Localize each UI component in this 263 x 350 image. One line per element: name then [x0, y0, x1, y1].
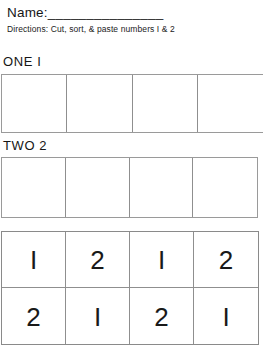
sort-grid-one [1, 74, 263, 133]
number-card-r2c3[interactable]: 2 [130, 288, 194, 344]
worksheet-page: Name:_______________ Directions: Cut, so… [0, 0, 263, 350]
sort-grid-two [1, 157, 258, 218]
paste-cell-two-4[interactable] [193, 158, 257, 217]
number-card-r1c1[interactable]: I [2, 232, 66, 288]
section-label-two: TWO 2 [3, 138, 47, 153]
directions-text: Directions: Cut, sort, & paste numbers I… [7, 24, 175, 34]
number-card-r1c4[interactable]: 2 [194, 232, 258, 288]
number-cards-grid: I2I22I2I [1, 231, 259, 345]
number-card-r2c4[interactable]: I [194, 288, 258, 344]
number-card-r1c2[interactable]: 2 [66, 232, 130, 288]
paste-cell-two-3[interactable] [130, 158, 194, 217]
section-label-one: ONE I [3, 54, 41, 69]
name-blank-field[interactable]: Name:_______________ [7, 5, 163, 20]
paste-cell-one-4[interactable] [198, 75, 263, 132]
number-card-r2c2[interactable]: I [66, 288, 130, 344]
paste-cell-one-1[interactable] [2, 75, 67, 132]
number-card-r1c3[interactable]: I [130, 232, 194, 288]
paste-cell-two-1[interactable] [2, 158, 66, 217]
paste-cell-one-3[interactable] [133, 75, 198, 132]
number-card-r2c1[interactable]: 2 [2, 288, 66, 344]
paste-cell-two-2[interactable] [66, 158, 130, 217]
paste-cell-one-2[interactable] [67, 75, 132, 132]
